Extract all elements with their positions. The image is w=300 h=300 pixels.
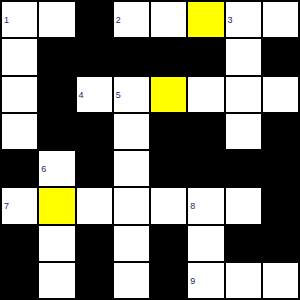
clue-number-6: 6 [41,165,46,174]
letter-cell-r5-c6[interactable] [226,188,261,223]
block-cell-r3-c1 [39,114,74,149]
block-cell-r3-c7 [263,114,298,149]
letter-cell-r0-c6[interactable]: 3 [226,2,261,37]
block-cell-r1-c1 [39,39,74,74]
letter-cell-r1-c6[interactable] [226,39,261,74]
letter-cell-r5-c5[interactable]: 8 [188,188,223,223]
letter-cell-r7-c7[interactable] [263,263,298,298]
block-cell-r0-c2 [77,2,112,37]
block-cell-r5-c7 [263,188,298,223]
block-cell-r4-c6 [226,151,261,186]
block-cell-r4-c7 [263,151,298,186]
letter-cell-r6-c5[interactable] [188,226,223,261]
block-cell-r6-c7 [263,226,298,261]
block-cell-r6-c4 [151,226,186,261]
clue-number-9: 9 [190,277,195,286]
block-cell-r4-c0 [2,151,37,186]
block-cell-r6-c6 [226,226,261,261]
block-cell-r6-c2 [77,226,112,261]
letter-cell-r0-c7[interactable] [263,2,298,37]
letter-cell-r0-c3[interactable]: 2 [114,2,149,37]
letter-cell-r4-c1[interactable]: 6 [39,151,74,186]
letter-cell-r7-c1[interactable] [39,263,74,298]
block-cell-r3-c5 [188,114,223,149]
clue-number-8: 8 [190,202,195,211]
letter-cell-r2-c7[interactable] [263,77,298,112]
letter-cell-r1-c0[interactable] [2,39,37,74]
block-cell-r3-c4 [151,114,186,149]
block-cell-r1-c4 [151,39,186,74]
block-cell-r4-c5 [188,151,223,186]
letter-cell-r7-c3[interactable] [114,263,149,298]
block-cell-r1-c7 [263,39,298,74]
letter-cell-r5-c3[interactable] [114,188,149,223]
letter-cell-r7-c6[interactable] [226,263,261,298]
block-cell-r1-c5 [188,39,223,74]
letter-cell-r5-c0[interactable]: 7 [2,188,37,223]
letter-cell-r0-c4[interactable] [151,2,186,37]
letter-cell-r5-c4[interactable] [151,188,186,223]
block-cell-r7-c4 [151,263,186,298]
clue-number-3: 3 [228,16,233,25]
letter-cell-r2-c4[interactable] [151,77,186,112]
clue-number-2: 2 [116,16,121,25]
block-cell-r7-c2 [77,263,112,298]
letter-cell-r0-c0[interactable]: 1 [2,2,37,37]
letter-cell-r7-c5[interactable]: 9 [188,263,223,298]
letter-cell-r4-c3[interactable] [114,151,149,186]
letter-cell-r6-c1[interactable] [39,226,74,261]
letter-cell-r3-c6[interactable] [226,114,261,149]
letter-cell-r2-c0[interactable] [2,77,37,112]
letter-cell-r2-c5[interactable] [188,77,223,112]
clue-number-7: 7 [4,202,9,211]
letter-cell-r5-c1[interactable] [39,188,74,223]
clue-number-1: 1 [4,16,9,25]
letter-cell-r2-c3[interactable]: 5 [114,77,149,112]
letter-cell-r2-c2[interactable]: 4 [77,77,112,112]
block-cell-r3-c2 [77,114,112,149]
clue-number-5: 5 [116,91,121,100]
letter-cell-r6-c3[interactable] [114,226,149,261]
block-cell-r2-c1 [39,77,74,112]
letter-cell-r5-c2[interactable] [77,188,112,223]
clue-number-4: 4 [79,91,84,100]
block-cell-r4-c4 [151,151,186,186]
crossword-grid: 123456789 [0,0,300,300]
letter-cell-r2-c6[interactable] [226,77,261,112]
letter-cell-r3-c3[interactable] [114,114,149,149]
block-cell-r1-c3 [114,39,149,74]
letter-cell-r0-c5[interactable] [188,2,223,37]
letter-cell-r0-c1[interactable] [39,2,74,37]
letter-cell-r3-c0[interactable] [2,114,37,149]
block-cell-r7-c0 [2,263,37,298]
block-cell-r4-c2 [77,151,112,186]
block-cell-r1-c2 [77,39,112,74]
block-cell-r6-c0 [2,226,37,261]
